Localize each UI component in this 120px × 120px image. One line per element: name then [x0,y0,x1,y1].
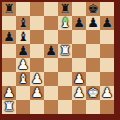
square-g2[interactable]: ♚ [86,86,100,100]
square-b7[interactable]: ♝ [16,16,30,30]
square-e2[interactable] [58,86,72,100]
piece-black-rook[interactable]: ♜ [59,2,71,16]
square-c3[interactable]: ♟ [30,72,44,86]
square-g1[interactable] [86,100,100,114]
piece-black-pawn[interactable]: ♟ [3,30,15,44]
square-f8[interactable] [72,2,86,16]
piece-white-pawn[interactable]: ♟ [3,86,15,100]
square-b2[interactable] [16,86,30,100]
square-f5[interactable] [72,44,86,58]
chess-board: ♜♜♚♝♝♟♟♟♟♝♟♟♜♟♝♟♟♟♟♟♚♟♜ [2,2,114,114]
piece-white-king[interactable]: ♚ [87,86,99,100]
square-a3[interactable] [2,72,16,86]
square-d5[interactable]: ♟ [44,44,58,58]
piece-white-pawn[interactable]: ♟ [31,72,43,86]
piece-black-bishop[interactable]: ♝ [17,16,29,30]
square-h6[interactable] [100,30,114,44]
square-f7[interactable]: ♟ [72,16,86,30]
square-b6[interactable]: ♝ [16,30,30,44]
piece-black-pawn[interactable]: ♟ [17,44,29,58]
square-b8[interactable] [16,2,30,16]
square-a6[interactable]: ♟ [2,30,16,44]
square-h4[interactable] [100,58,114,72]
piece-white-bishop[interactable]: ♝ [59,16,71,30]
square-g5[interactable] [86,44,100,58]
square-a5[interactable] [2,44,16,58]
piece-black-pawn[interactable]: ♟ [73,16,85,30]
square-c4[interactable] [30,58,44,72]
piece-white-pawn[interactable]: ♟ [73,72,85,86]
piece-black-pawn[interactable]: ♟ [45,44,57,58]
square-a4[interactable] [2,58,16,72]
square-a7[interactable] [2,16,16,30]
piece-black-pawn[interactable]: ♟ [87,16,99,30]
piece-black-rook[interactable]: ♜ [3,2,15,16]
square-e5[interactable]: ♜ [58,44,72,58]
square-h3[interactable] [100,72,114,86]
square-e7[interactable]: ♝ [58,16,72,30]
square-c6[interactable] [30,30,44,44]
piece-white-pawn[interactable]: ♟ [73,86,85,100]
square-g8[interactable]: ♚ [86,2,100,16]
square-c2[interactable]: ♟ [30,86,44,100]
piece-white-rook[interactable]: ♜ [3,100,15,114]
square-d3[interactable] [44,72,58,86]
square-f4[interactable] [72,58,86,72]
square-b3[interactable]: ♝ [16,72,30,86]
square-f2[interactable]: ♟ [72,86,86,100]
square-b1[interactable] [16,100,30,114]
square-h7[interactable]: ♟ [100,16,114,30]
square-h8[interactable] [100,2,114,16]
square-c1[interactable] [30,100,44,114]
square-d8[interactable] [44,2,58,16]
piece-white-pawn[interactable]: ♟ [31,86,43,100]
piece-white-pawn[interactable]: ♟ [17,58,29,72]
piece-black-bishop[interactable]: ♝ [17,30,29,44]
board-frame: ♜♜♚♝♝♟♟♟♟♝♟♟♜♟♝♟♟♟♟♟♚♟♜ [0,0,120,120]
square-d2[interactable] [44,86,58,100]
square-h5[interactable] [100,44,114,58]
square-d1[interactable] [44,100,58,114]
square-g3[interactable] [86,72,100,86]
square-f6[interactable] [72,30,86,44]
square-e1[interactable] [58,100,72,114]
square-g6[interactable] [86,30,100,44]
square-e6[interactable] [58,30,72,44]
square-g4[interactable] [86,58,100,72]
square-d4[interactable] [44,58,58,72]
square-a8[interactable]: ♜ [2,2,16,16]
piece-white-pawn[interactable]: ♟ [101,86,113,100]
square-f1[interactable] [72,100,86,114]
square-d7[interactable] [44,16,58,30]
square-e4[interactable] [58,58,72,72]
square-a1[interactable]: ♜ [2,100,16,114]
square-c8[interactable] [30,2,44,16]
square-f3[interactable]: ♟ [72,72,86,86]
square-b5[interactable]: ♟ [16,44,30,58]
square-c5[interactable] [30,44,44,58]
square-d6[interactable] [44,30,58,44]
square-b4[interactable]: ♟ [16,58,30,72]
piece-white-rook[interactable]: ♜ [59,44,71,58]
square-e3[interactable] [58,72,72,86]
square-h2[interactable]: ♟ [100,86,114,100]
square-a2[interactable]: ♟ [2,86,16,100]
piece-black-king[interactable]: ♚ [87,2,99,16]
square-e8[interactable]: ♜ [58,2,72,16]
square-g7[interactable]: ♟ [86,16,100,30]
piece-black-pawn[interactable]: ♟ [101,16,113,30]
piece-white-bishop[interactable]: ♝ [17,72,29,86]
square-h1[interactable] [100,100,114,114]
square-c7[interactable] [30,16,44,30]
